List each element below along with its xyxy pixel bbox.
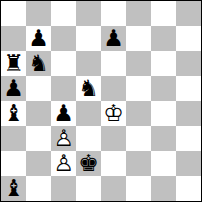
- square-h5[interactable]: [176, 76, 201, 101]
- square-a5[interactable]: ♟: [1, 76, 26, 101]
- piece-black-pawn-e7[interactable]: ♟: [101, 26, 126, 51]
- square-h6[interactable]: [176, 51, 201, 76]
- square-e7[interactable]: ♟: [101, 26, 126, 51]
- square-c7[interactable]: [51, 26, 76, 51]
- square-d1[interactable]: [76, 176, 101, 201]
- square-b3[interactable]: [26, 126, 51, 151]
- square-a4[interactable]: ♝: [1, 101, 26, 126]
- piece-black-pawn-b7[interactable]: ♟: [26, 26, 51, 51]
- square-f8[interactable]: [126, 1, 151, 26]
- black-pawn-glyph: ♟: [26, 26, 51, 51]
- square-f6[interactable]: [126, 51, 151, 76]
- piece-black-bishop-a4[interactable]: ♝: [1, 101, 26, 126]
- square-d6[interactable]: [76, 51, 101, 76]
- square-a3[interactable]: [1, 126, 26, 151]
- square-e3[interactable]: [101, 126, 126, 151]
- piece-black-rook-a6[interactable]: ♜: [1, 51, 26, 76]
- black-bishop-glyph: ♝: [1, 176, 26, 201]
- square-h3[interactable]: [176, 126, 201, 151]
- square-b7[interactable]: ♟: [26, 26, 51, 51]
- square-b5[interactable]: [26, 76, 51, 101]
- square-a2[interactable]: [1, 151, 26, 176]
- square-f7[interactable]: [126, 26, 151, 51]
- piece-black-knight-b6[interactable]: ♞: [26, 51, 51, 76]
- square-c4[interactable]: ♟: [51, 101, 76, 126]
- piece-white-pawn-c2[interactable]: ♟♙: [51, 151, 76, 176]
- square-c1[interactable]: [51, 176, 76, 201]
- black-pawn-glyph: ♟: [101, 26, 126, 51]
- black-king-glyph: ♚: [76, 151, 101, 176]
- chess-board: ♟♟♜♞♟♞♝♟♚♔♟♙♟♙♚♝: [0, 0, 202, 202]
- square-a1[interactable]: ♝: [1, 176, 26, 201]
- square-c6[interactable]: [51, 51, 76, 76]
- square-f4[interactable]: [126, 101, 151, 126]
- square-b8[interactable]: [26, 1, 51, 26]
- square-c8[interactable]: [51, 1, 76, 26]
- square-h4[interactable]: [176, 101, 201, 126]
- square-g6[interactable]: [151, 51, 176, 76]
- white-king-glyph: ♔: [101, 101, 126, 126]
- square-f3[interactable]: [126, 126, 151, 151]
- square-g7[interactable]: [151, 26, 176, 51]
- square-a6[interactable]: ♜: [1, 51, 26, 76]
- square-d4[interactable]: [76, 101, 101, 126]
- square-d2[interactable]: ♚: [76, 151, 101, 176]
- piece-white-pawn-c3[interactable]: ♟♙: [51, 126, 76, 151]
- white-pawn-glyph: ♙: [51, 126, 76, 151]
- square-a7[interactable]: [1, 26, 26, 51]
- square-g1[interactable]: [151, 176, 176, 201]
- square-e8[interactable]: [101, 1, 126, 26]
- square-h1[interactable]: [176, 176, 201, 201]
- square-f2[interactable]: [126, 151, 151, 176]
- square-g3[interactable]: [151, 126, 176, 151]
- square-a8[interactable]: [1, 1, 26, 26]
- square-h8[interactable]: [176, 1, 201, 26]
- square-e6[interactable]: [101, 51, 126, 76]
- square-g5[interactable]: [151, 76, 176, 101]
- black-rook-glyph: ♜: [1, 51, 26, 76]
- square-b6[interactable]: ♞: [26, 51, 51, 76]
- square-g2[interactable]: [151, 151, 176, 176]
- square-e5[interactable]: [101, 76, 126, 101]
- piece-black-pawn-a5[interactable]: ♟: [1, 76, 26, 101]
- square-e2[interactable]: [101, 151, 126, 176]
- square-c2[interactable]: ♟♙: [51, 151, 76, 176]
- square-f5[interactable]: [126, 76, 151, 101]
- square-b2[interactable]: [26, 151, 51, 176]
- square-d7[interactable]: [76, 26, 101, 51]
- square-f1[interactable]: [126, 176, 151, 201]
- square-c5[interactable]: [51, 76, 76, 101]
- square-d8[interactable]: [76, 1, 101, 26]
- piece-black-bishop-a1[interactable]: ♝: [1, 176, 26, 201]
- square-g4[interactable]: [151, 101, 176, 126]
- piece-black-pawn-c4[interactable]: ♟: [51, 101, 76, 126]
- piece-black-king-d2[interactable]: ♚: [76, 151, 101, 176]
- square-h2[interactable]: [176, 151, 201, 176]
- square-e1[interactable]: [101, 176, 126, 201]
- square-b1[interactable]: [26, 176, 51, 201]
- black-knight-glyph: ♞: [26, 51, 51, 76]
- square-c3[interactable]: ♟♙: [51, 126, 76, 151]
- square-d5[interactable]: ♞: [76, 76, 101, 101]
- square-e4[interactable]: ♚♔: [101, 101, 126, 126]
- square-d3[interactable]: [76, 126, 101, 151]
- black-bishop-glyph: ♝: [1, 101, 26, 126]
- piece-black-knight-d5[interactable]: ♞: [76, 76, 101, 101]
- black-pawn-glyph: ♟: [51, 101, 76, 126]
- square-g8[interactable]: [151, 1, 176, 26]
- square-h7[interactable]: [176, 26, 201, 51]
- white-pawn-glyph: ♙: [51, 151, 76, 176]
- square-b4[interactable]: [26, 101, 51, 126]
- black-pawn-glyph: ♟: [1, 76, 26, 101]
- black-knight-glyph: ♞: [76, 76, 101, 101]
- piece-white-king-e4[interactable]: ♚♔: [101, 101, 126, 126]
